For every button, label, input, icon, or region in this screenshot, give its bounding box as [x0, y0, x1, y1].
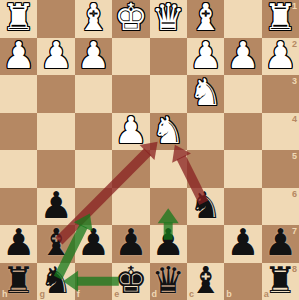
- square-a8[interactable]: ♜8a: [262, 263, 299, 300]
- piece-black-knight-c6[interactable]: ♞: [189, 187, 222, 224]
- chess-board-wrapper: ♜♝♚♛♝♜1♟♟♟♟♟♟2♞3♟♞45♟♞6♟♝♟♟♟♟♟7♜h♞gf♚e♛d…: [0, 0, 299, 300]
- square-h5[interactable]: [0, 150, 37, 188]
- square-d5[interactable]: [150, 150, 187, 188]
- square-d2[interactable]: [150, 38, 187, 76]
- piece-black-knight-g8[interactable]: ♞: [39, 262, 72, 299]
- piece-white-pawn-e4[interactable]: ♟: [114, 112, 147, 149]
- piece-white-rook-h1[interactable]: ♜: [2, 0, 35, 36]
- square-g4[interactable]: [37, 113, 74, 151]
- rank-label-6: 6: [292, 190, 297, 199]
- piece-black-pawn-b7[interactable]: ♟: [226, 224, 259, 261]
- piece-black-rook-a8[interactable]: ♜: [264, 262, 297, 299]
- square-f7[interactable]: ♟: [75, 225, 112, 263]
- square-h7[interactable]: ♟: [0, 225, 37, 263]
- square-c1[interactable]: ♝: [187, 0, 224, 38]
- piece-black-bishop-g7[interactable]: ♝: [39, 224, 72, 261]
- piece-white-pawn-a2[interactable]: ♟: [264, 37, 297, 74]
- square-f4[interactable]: [75, 113, 112, 151]
- square-e7[interactable]: ♟: [112, 225, 149, 263]
- piece-black-pawn-d7[interactable]: ♟: [152, 224, 185, 261]
- square-b8[interactable]: b: [224, 263, 261, 300]
- piece-white-queen-d1[interactable]: ♛: [152, 0, 185, 36]
- square-e6[interactable]: [112, 188, 149, 226]
- piece-black-bishop-c8[interactable]: ♝: [189, 262, 222, 299]
- square-g8[interactable]: ♞g: [37, 263, 74, 300]
- square-e3[interactable]: [112, 75, 149, 113]
- square-g2[interactable]: ♟: [37, 38, 74, 76]
- square-d6[interactable]: [150, 188, 187, 226]
- piece-white-knight-c3[interactable]: ♞: [189, 74, 222, 111]
- square-g1[interactable]: [37, 0, 74, 38]
- square-b2[interactable]: ♟: [224, 38, 261, 76]
- square-a2[interactable]: ♟2: [262, 38, 299, 76]
- square-e2[interactable]: [112, 38, 149, 76]
- square-e4[interactable]: ♟: [112, 113, 149, 151]
- square-b4[interactable]: [224, 113, 261, 151]
- piece-white-bishop-f1[interactable]: ♝: [77, 0, 110, 36]
- square-d8[interactable]: ♛d: [150, 263, 187, 300]
- piece-white-knight-d4[interactable]: ♞: [152, 112, 185, 149]
- square-b7[interactable]: ♟: [224, 225, 261, 263]
- square-h1[interactable]: ♜: [0, 0, 37, 38]
- piece-black-pawn-a7[interactable]: ♟: [264, 224, 297, 261]
- file-label-f: f: [77, 290, 80, 299]
- square-a5[interactable]: 5: [262, 150, 299, 188]
- piece-white-pawn-b2[interactable]: ♟: [226, 37, 259, 74]
- piece-black-rook-h8[interactable]: ♜: [2, 262, 35, 299]
- square-b1[interactable]: [224, 0, 261, 38]
- square-f3[interactable]: [75, 75, 112, 113]
- square-d7[interactable]: ♟: [150, 225, 187, 263]
- rank-label-5: 5: [292, 152, 297, 161]
- square-d4[interactable]: ♞: [150, 113, 187, 151]
- rank-label-4: 4: [292, 115, 297, 124]
- square-b5[interactable]: [224, 150, 261, 188]
- square-h2[interactable]: ♟: [0, 38, 37, 76]
- square-a3[interactable]: 3: [262, 75, 299, 113]
- square-b6[interactable]: [224, 188, 261, 226]
- rank-label-3: 3: [292, 77, 297, 86]
- square-h8[interactable]: ♜h: [0, 263, 37, 300]
- square-h6[interactable]: [0, 188, 37, 226]
- square-c5[interactable]: [187, 150, 224, 188]
- square-g5[interactable]: [37, 150, 74, 188]
- square-c4[interactable]: [187, 113, 224, 151]
- square-f5[interactable]: [75, 150, 112, 188]
- square-g6[interactable]: ♟: [37, 188, 74, 226]
- piece-white-bishop-c1[interactable]: ♝: [189, 0, 222, 36]
- piece-black-pawn-e7[interactable]: ♟: [114, 224, 147, 261]
- square-f8[interactable]: f: [75, 263, 112, 300]
- square-c6[interactable]: ♞: [187, 188, 224, 226]
- piece-white-king-e1[interactable]: ♚: [114, 0, 147, 36]
- piece-white-rook-a1[interactable]: ♜: [264, 0, 297, 36]
- square-a4[interactable]: 4: [262, 113, 299, 151]
- square-h3[interactable]: [0, 75, 37, 113]
- square-c7[interactable]: [187, 225, 224, 263]
- piece-black-pawn-g6[interactable]: ♟: [39, 187, 72, 224]
- square-g7[interactable]: ♝: [37, 225, 74, 263]
- square-a7[interactable]: ♟7: [262, 225, 299, 263]
- square-d3[interactable]: [150, 75, 187, 113]
- square-h4[interactable]: [0, 113, 37, 151]
- square-c8[interactable]: ♝c: [187, 263, 224, 300]
- square-e1[interactable]: ♚: [112, 0, 149, 38]
- piece-black-king-e8[interactable]: ♚: [114, 262, 147, 299]
- square-e5[interactable]: [112, 150, 149, 188]
- file-label-b: b: [226, 290, 232, 299]
- piece-black-pawn-f7[interactable]: ♟: [77, 224, 110, 261]
- square-g3[interactable]: [37, 75, 74, 113]
- piece-white-pawn-g2[interactable]: ♟: [39, 37, 72, 74]
- piece-black-pawn-h7[interactable]: ♟: [2, 224, 35, 261]
- chess-board[interactable]: ♜♝♚♛♝♜1♟♟♟♟♟♟2♞3♟♞45♟♞6♟♝♟♟♟♟♟7♜h♞gf♚e♛d…: [0, 0, 299, 300]
- square-a1[interactable]: ♜1: [262, 0, 299, 38]
- square-d1[interactable]: ♛: [150, 0, 187, 38]
- square-f6[interactable]: [75, 188, 112, 226]
- square-a6[interactable]: 6: [262, 188, 299, 226]
- square-f2[interactable]: ♟: [75, 38, 112, 76]
- square-c3[interactable]: ♞: [187, 75, 224, 113]
- square-b3[interactable]: [224, 75, 261, 113]
- piece-black-queen-d8[interactable]: ♛: [152, 262, 185, 299]
- piece-white-pawn-f2[interactable]: ♟: [77, 37, 110, 74]
- piece-white-pawn-c2[interactable]: ♟: [189, 37, 222, 74]
- square-e8[interactable]: ♚e: [112, 263, 149, 300]
- square-c2[interactable]: ♟: [187, 38, 224, 76]
- piece-white-pawn-h2[interactable]: ♟: [2, 37, 35, 74]
- square-f1[interactable]: ♝: [75, 0, 112, 38]
